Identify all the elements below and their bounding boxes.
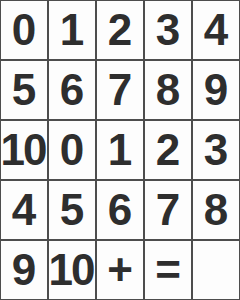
cell-r1c1: 0 [1,1,47,59]
cell-r1c3: 2 [97,1,143,59]
cell-r3c2: 0 [49,121,95,179]
cell-r1c4: 3 [145,1,191,59]
cell-r4c2: 5 [49,181,95,239]
cell-r4c4: 7 [145,181,191,239]
cell-r1c2: 1 [49,1,95,59]
cell-r5c2: 10 [49,241,95,299]
cell-r5c1: 9 [1,241,47,299]
cell-r2c4: 8 [145,61,191,119]
cell-r5c3-plus-sign: + [97,241,143,299]
cell-r4c5: 8 [193,181,239,239]
cell-r5c5-empty [193,241,239,299]
cell-r4c3: 6 [97,181,143,239]
cell-r3c3: 1 [97,121,143,179]
cell-r3c1: 10 [1,121,47,179]
cell-r5c4-equals-sign: = [145,241,191,299]
cell-r2c5: 9 [193,61,239,119]
cell-r4c1: 4 [1,181,47,239]
flashcard-grid: 0 1 2 3 4 5 6 7 8 9 10 0 1 2 3 4 5 6 7 8… [0,0,240,300]
cell-r3c5: 3 [193,121,239,179]
cell-r1c5: 4 [193,1,239,59]
cell-r2c2: 6 [49,61,95,119]
cell-r2c1: 5 [1,61,47,119]
cell-r2c3: 7 [97,61,143,119]
cell-r3c4: 2 [145,121,191,179]
